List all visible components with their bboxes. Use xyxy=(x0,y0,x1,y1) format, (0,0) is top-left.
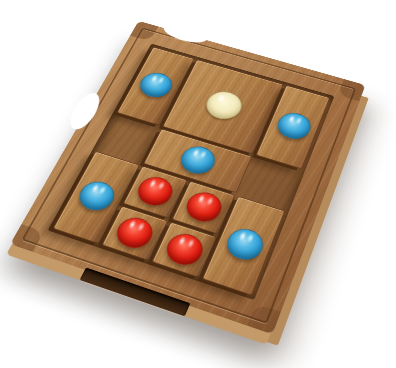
puzzle-tray xyxy=(10,21,365,334)
blue-dot xyxy=(136,70,177,101)
red-dot xyxy=(112,213,158,252)
blue-dot xyxy=(74,178,120,215)
red-dot xyxy=(181,189,226,226)
blue-dot xyxy=(273,109,314,142)
red-dot xyxy=(161,230,207,270)
ivory-dot xyxy=(201,87,247,123)
photo-scene xyxy=(0,0,396,368)
red-dot xyxy=(133,173,178,210)
blue-dot xyxy=(176,143,219,178)
blue-dot xyxy=(222,225,267,264)
